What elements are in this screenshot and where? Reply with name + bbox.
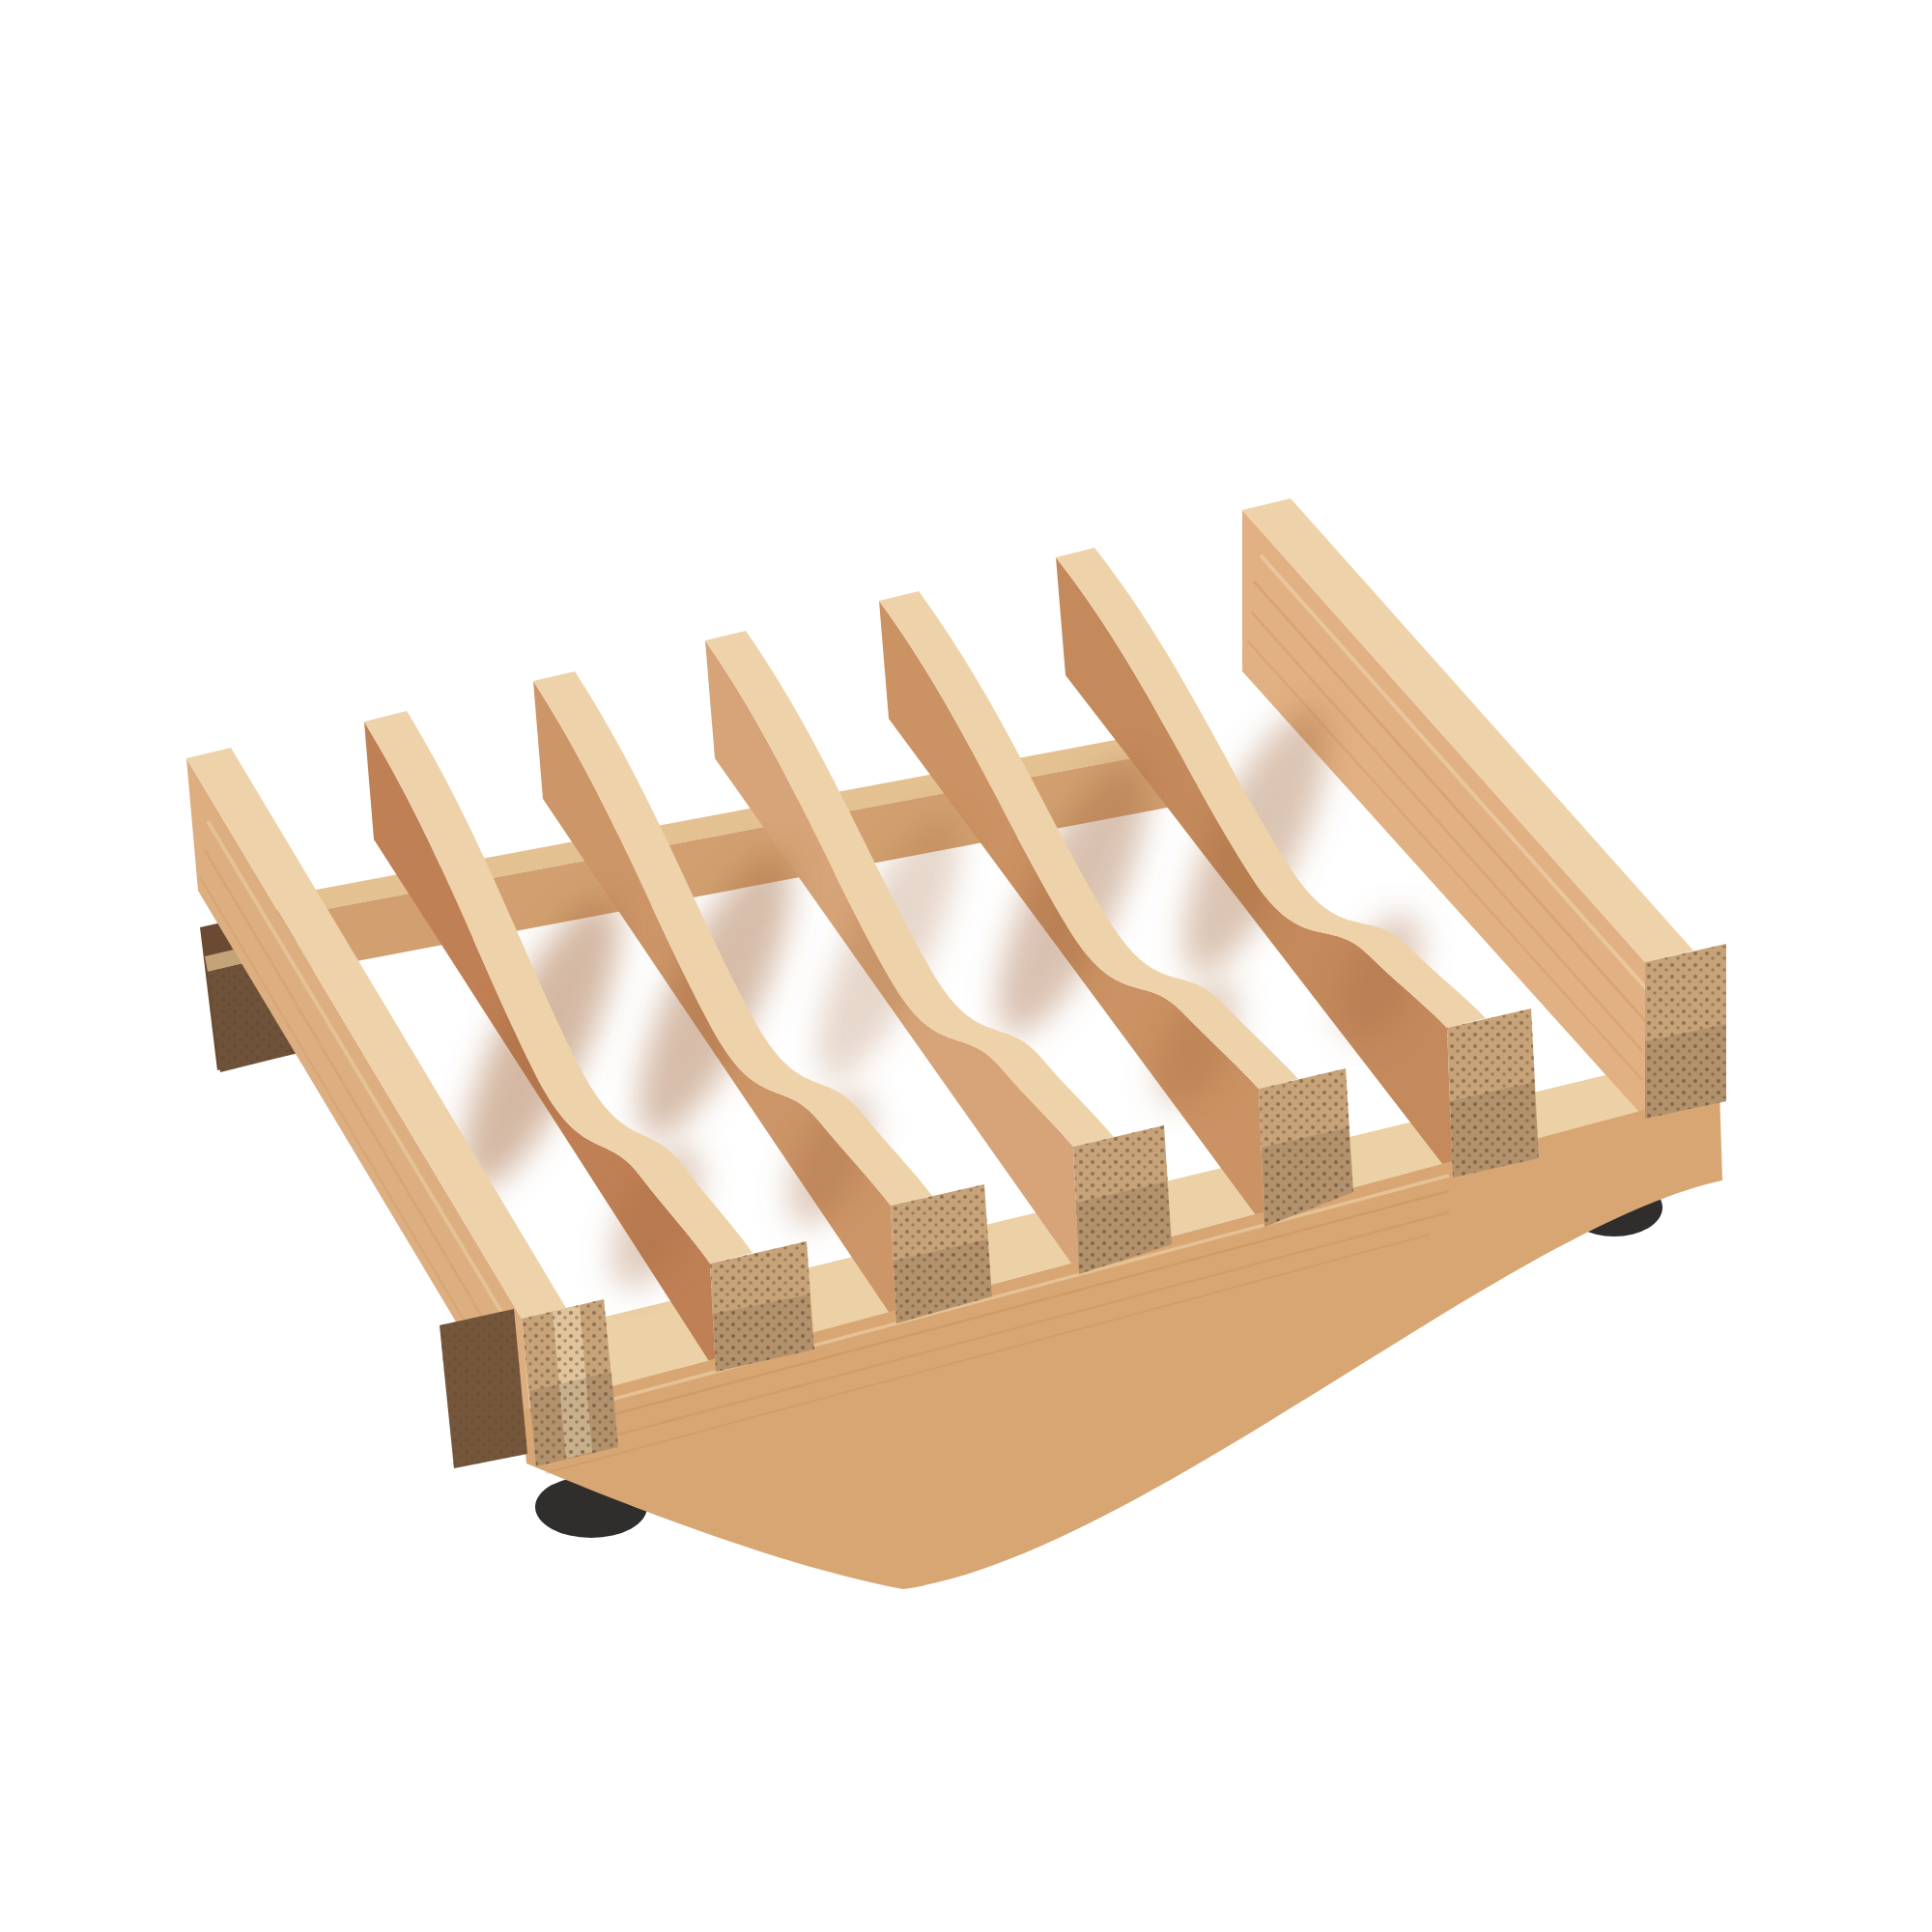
product-photo-bamboo-soap-dish: [0, 0, 1932, 1932]
left-plank-end-grain: [522, 1299, 618, 1466]
soap-dish-illustration: [0, 0, 1932, 1932]
right-plank-end-grain: [1645, 944, 1726, 1119]
front-runner-end-grain: [440, 1309, 527, 1468]
slat-5-end-grain: [1447, 1009, 1539, 1178]
slat-1-end-grain: [710, 1241, 814, 1372]
